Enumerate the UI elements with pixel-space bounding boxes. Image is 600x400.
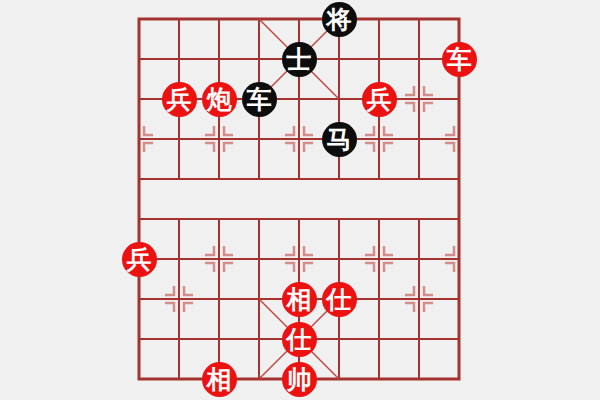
app-canvas: 将士车兵炮车兵马兵相仕仕相帅 <box>0 0 600 400</box>
piece-black-chariot[interactable]: 车 <box>242 82 277 117</box>
pieces-layer: 将士车兵炮车兵马兵相仕仕相帅 <box>119 0 479 399</box>
xiangqi-board[interactable]: 将士车兵炮车兵马兵相仕仕相帅 <box>0 0 600 400</box>
piece-red-soldier[interactable]: 兵 <box>362 82 397 117</box>
piece-black-general[interactable]: 将 <box>322 2 357 37</box>
piece-red-soldier[interactable]: 兵 <box>162 82 197 117</box>
piece-red-chariot[interactable]: 车 <box>442 42 477 77</box>
piece-red-soldier[interactable]: 兵 <box>122 242 157 277</box>
piece-black-horse[interactable]: 马 <box>322 122 357 157</box>
piece-red-general[interactable]: 帅 <box>282 362 317 397</box>
piece-red-elephant[interactable]: 相 <box>282 282 317 317</box>
piece-black-advisor[interactable]: 士 <box>282 42 317 77</box>
piece-red-cannon[interactable]: 炮 <box>202 82 237 117</box>
piece-red-advisor[interactable]: 仕 <box>322 282 357 317</box>
piece-red-elephant[interactable]: 相 <box>202 362 237 397</box>
piece-red-advisor[interactable]: 仕 <box>282 322 317 357</box>
